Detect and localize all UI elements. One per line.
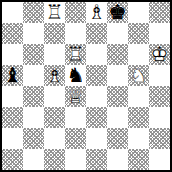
square-d6[interactable]: ♜♖ <box>65 44 86 65</box>
square-e6[interactable] <box>86 44 107 65</box>
square-a6[interactable] <box>2 44 23 65</box>
square-h7[interactable] <box>149 23 170 44</box>
square-c6[interactable] <box>44 44 65 65</box>
square-g7[interactable] <box>128 23 149 44</box>
square-a7[interactable] <box>2 23 23 44</box>
square-d3[interactable] <box>65 107 86 128</box>
square-h8[interactable] <box>149 2 170 23</box>
white-king-piece: ♔ <box>149 44 170 65</box>
square-h1[interactable] <box>149 149 170 170</box>
square-b8[interactable] <box>23 2 44 23</box>
white-rook-fill: ♜ <box>65 44 86 65</box>
square-c1[interactable] <box>44 149 65 170</box>
square-c8[interactable]: ♜♖ <box>44 2 65 23</box>
square-c5[interactable]: ♝♗ <box>44 65 65 86</box>
square-b2[interactable] <box>23 128 44 149</box>
square-e2[interactable] <box>86 128 107 149</box>
black-knight-piece: ♞ <box>65 65 86 86</box>
white-rook-fill: ♜ <box>44 2 65 23</box>
square-e7[interactable] <box>86 23 107 44</box>
square-f4[interactable] <box>107 86 128 107</box>
square-e8[interactable]: ♝♗ <box>86 2 107 23</box>
square-e4[interactable] <box>86 86 107 107</box>
square-g5[interactable]: ♞♘ <box>128 65 149 86</box>
black-king-fill: ♚ <box>107 2 128 23</box>
square-a2[interactable] <box>2 128 23 149</box>
square-f1[interactable] <box>107 149 128 170</box>
black-king-piece: ♚ <box>107 2 128 23</box>
square-b3[interactable] <box>23 107 44 128</box>
square-a3[interactable] <box>2 107 23 128</box>
white-bishop-piece: ♗ <box>44 65 65 86</box>
black-bishop-piece: ♝ <box>2 65 23 86</box>
square-a4[interactable] <box>2 86 23 107</box>
square-d4[interactable]: ♛♕ <box>65 86 86 107</box>
square-f6[interactable] <box>107 44 128 65</box>
square-f7[interactable] <box>107 23 128 44</box>
square-d5[interactable]: ♞♞ <box>65 65 86 86</box>
square-f8[interactable]: ♚♚ <box>107 2 128 23</box>
white-rook-piece: ♖ <box>65 44 86 65</box>
white-rook-piece: ♖ <box>44 2 65 23</box>
square-e5[interactable] <box>86 65 107 86</box>
square-d8[interactable] <box>65 2 86 23</box>
white-knight-fill: ♞ <box>128 65 149 86</box>
white-bishop-piece: ♗ <box>86 2 107 23</box>
square-d2[interactable] <box>65 128 86 149</box>
square-g3[interactable] <box>128 107 149 128</box>
square-g1[interactable] <box>128 149 149 170</box>
square-b4[interactable] <box>23 86 44 107</box>
square-g8[interactable] <box>128 2 149 23</box>
square-e3[interactable] <box>86 107 107 128</box>
square-b5[interactable] <box>23 65 44 86</box>
square-b6[interactable] <box>23 44 44 65</box>
white-queen-fill: ♛ <box>65 86 86 107</box>
square-c2[interactable] <box>44 128 65 149</box>
square-c4[interactable] <box>44 86 65 107</box>
square-g6[interactable] <box>128 44 149 65</box>
square-h3[interactable] <box>149 107 170 128</box>
square-d7[interactable] <box>65 23 86 44</box>
square-h5[interactable] <box>149 65 170 86</box>
square-c3[interactable] <box>44 107 65 128</box>
black-bishop-fill: ♝ <box>2 65 23 86</box>
square-h6[interactable]: ♚♔ <box>149 44 170 65</box>
white-bishop-fill: ♝ <box>86 2 107 23</box>
white-queen-piece: ♕ <box>65 86 86 107</box>
square-d1[interactable] <box>65 149 86 170</box>
square-a8[interactable] <box>2 2 23 23</box>
square-g2[interactable] <box>128 128 149 149</box>
square-b7[interactable] <box>23 23 44 44</box>
white-king-fill: ♚ <box>149 44 170 65</box>
square-f2[interactable] <box>107 128 128 149</box>
white-bishop-fill: ♝ <box>44 65 65 86</box>
square-h4[interactable] <box>149 86 170 107</box>
square-b1[interactable] <box>23 149 44 170</box>
white-knight-piece: ♘ <box>128 65 149 86</box>
square-e1[interactable] <box>86 149 107 170</box>
black-knight-fill: ♞ <box>65 65 86 86</box>
chess-board: ♜♖♝♗♚♚♜♖♚♔♝♝♝♗♞♞♞♘♛♕ <box>0 0 172 172</box>
square-h2[interactable] <box>149 128 170 149</box>
square-a5[interactable]: ♝♝ <box>2 65 23 86</box>
square-f5[interactable] <box>107 65 128 86</box>
square-f3[interactable] <box>107 107 128 128</box>
square-g4[interactable] <box>128 86 149 107</box>
square-a1[interactable] <box>2 149 23 170</box>
square-c7[interactable] <box>44 23 65 44</box>
